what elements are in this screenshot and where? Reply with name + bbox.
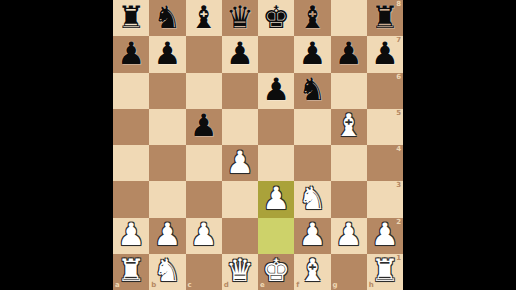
square-g1[interactable]: g xyxy=(331,254,367,290)
file-label-c: c xyxy=(188,282,192,289)
square-e3[interactable]: ♟ xyxy=(258,181,294,217)
white-pawn[interactable]: ♟ xyxy=(371,219,399,250)
black-pawn[interactable]: ♟ xyxy=(262,74,290,105)
black-bishop[interactable]: ♝ xyxy=(190,2,218,33)
file-label-g: g xyxy=(333,282,338,289)
file-label-h: h xyxy=(369,282,374,289)
black-knight[interactable]: ♞ xyxy=(153,2,181,33)
square-a7[interactable]: ♟ xyxy=(113,36,149,72)
square-c7[interactable] xyxy=(186,36,222,72)
square-a3[interactable] xyxy=(113,181,149,217)
square-b2[interactable]: ♟ xyxy=(149,218,185,254)
file-label-a: a xyxy=(115,282,120,289)
letterbox-right xyxy=(403,0,516,290)
square-c8[interactable]: ♝ xyxy=(186,0,222,36)
white-king[interactable]: ♚ xyxy=(262,255,290,286)
white-pawn[interactable]: ♟ xyxy=(262,183,290,214)
square-e8[interactable]: ♚ xyxy=(258,0,294,36)
square-f3[interactable]: ♞ xyxy=(294,181,330,217)
file-label-e: e xyxy=(260,282,265,289)
square-g7[interactable]: ♟ xyxy=(331,36,367,72)
black-pawn[interactable]: ♟ xyxy=(190,110,218,141)
square-h7[interactable]: ♟7 xyxy=(367,36,403,72)
square-c1[interactable]: c xyxy=(186,254,222,290)
square-a5[interactable] xyxy=(113,109,149,145)
rank-label-2: 2 xyxy=(396,219,401,226)
app-window: ♜♞♝♛♚♝♜8♟♟♟♟♟♟7♟♞6♟♝5♟4♟♞3♟♟♟♟♟♟2♜a♞bc♛d… xyxy=(0,0,516,290)
square-e4[interactable] xyxy=(258,145,294,181)
square-c4[interactable] xyxy=(186,145,222,181)
white-pawn[interactable]: ♟ xyxy=(298,219,326,250)
square-d2[interactable] xyxy=(222,218,258,254)
square-d4[interactable]: ♟ xyxy=(222,145,258,181)
file-label-b: b xyxy=(151,282,156,289)
square-c5[interactable]: ♟ xyxy=(186,109,222,145)
rank-label-8: 8 xyxy=(396,1,401,8)
black-pawn[interactable]: ♟ xyxy=(371,38,399,69)
white-pawn[interactable]: ♟ xyxy=(226,147,254,178)
square-f1[interactable]: ♝f xyxy=(294,254,330,290)
square-b4[interactable] xyxy=(149,145,185,181)
file-label-d: d xyxy=(224,282,229,289)
square-e5[interactable] xyxy=(258,109,294,145)
square-h1[interactable]: ♜1h xyxy=(367,254,403,290)
square-d5[interactable] xyxy=(222,109,258,145)
rank-label-6: 6 xyxy=(396,74,401,81)
file-label-f: f xyxy=(296,282,299,289)
square-f5[interactable] xyxy=(294,109,330,145)
square-a1[interactable]: ♜a xyxy=(113,254,149,290)
square-d6[interactable] xyxy=(222,73,258,109)
white-rook[interactable]: ♜ xyxy=(371,255,399,286)
square-g2[interactable]: ♟ xyxy=(331,218,367,254)
rank-label-3: 3 xyxy=(396,182,401,189)
black-pawn[interactable]: ♟ xyxy=(226,38,254,69)
square-f4[interactable] xyxy=(294,145,330,181)
square-a2[interactable]: ♟ xyxy=(113,218,149,254)
square-f7[interactable]: ♟ xyxy=(294,36,330,72)
square-g8[interactable] xyxy=(331,0,367,36)
square-b6[interactable] xyxy=(149,73,185,109)
white-pawn[interactable]: ♟ xyxy=(117,219,145,250)
square-b7[interactable]: ♟ xyxy=(149,36,185,72)
black-pawn[interactable]: ♟ xyxy=(335,38,363,69)
white-knight[interactable]: ♞ xyxy=(298,183,326,214)
square-e7[interactable] xyxy=(258,36,294,72)
square-f2[interactable]: ♟ xyxy=(294,218,330,254)
square-e6[interactable]: ♟ xyxy=(258,73,294,109)
square-d3[interactable] xyxy=(222,181,258,217)
square-h2[interactable]: ♟2 xyxy=(367,218,403,254)
rank-label-1: 1 xyxy=(396,255,401,262)
black-bishop[interactable]: ♝ xyxy=(298,2,326,33)
square-g3[interactable] xyxy=(331,181,367,217)
black-rook[interactable]: ♜ xyxy=(371,2,399,33)
square-h5[interactable]: 5 xyxy=(367,109,403,145)
square-g5[interactable]: ♝ xyxy=(331,109,367,145)
black-king[interactable]: ♚ xyxy=(262,2,290,33)
square-e2[interactable] xyxy=(258,218,294,254)
rank-label-7: 7 xyxy=(396,37,401,44)
square-g4[interactable] xyxy=(331,145,367,181)
white-pawn[interactable]: ♟ xyxy=(335,219,363,250)
square-a8[interactable]: ♜ xyxy=(113,0,149,36)
rank-label-5: 5 xyxy=(396,110,401,117)
square-g6[interactable] xyxy=(331,73,367,109)
black-rook[interactable]: ♜ xyxy=(117,2,145,33)
white-knight[interactable]: ♞ xyxy=(153,255,181,286)
white-bishop[interactable]: ♝ xyxy=(298,255,326,286)
square-h4[interactable]: 4 xyxy=(367,145,403,181)
square-b1[interactable]: ♞b xyxy=(149,254,185,290)
square-a6[interactable] xyxy=(113,73,149,109)
square-a4[interactable] xyxy=(113,145,149,181)
square-h3[interactable]: 3 xyxy=(367,181,403,217)
square-b8[interactable]: ♞ xyxy=(149,0,185,36)
square-h6[interactable]: 6 xyxy=(367,73,403,109)
square-d1[interactable]: ♛d xyxy=(222,254,258,290)
letterbox-left xyxy=(0,0,113,290)
white-pawn[interactable]: ♟ xyxy=(190,219,218,250)
square-d8[interactable]: ♛ xyxy=(222,0,258,36)
black-pawn[interactable]: ♟ xyxy=(298,38,326,69)
white-rook[interactable]: ♜ xyxy=(117,255,145,286)
black-pawn[interactable]: ♟ xyxy=(153,38,181,69)
square-c2[interactable]: ♟ xyxy=(186,218,222,254)
white-queen[interactable]: ♛ xyxy=(226,255,254,286)
black-knight[interactable]: ♞ xyxy=(298,74,326,105)
square-e1[interactable]: ♚e xyxy=(258,254,294,290)
black-pawn[interactable]: ♟ xyxy=(117,38,145,69)
black-queen[interactable]: ♛ xyxy=(226,2,254,33)
square-d7[interactable]: ♟ xyxy=(222,36,258,72)
square-f8[interactable]: ♝ xyxy=(294,0,330,36)
square-b3[interactable] xyxy=(149,181,185,217)
white-bishop[interactable]: ♝ xyxy=(335,110,363,141)
square-b5[interactable] xyxy=(149,109,185,145)
white-pawn[interactable]: ♟ xyxy=(153,219,181,250)
chess-board: ♜♞♝♛♚♝♜8♟♟♟♟♟♟7♟♞6♟♝5♟4♟♞3♟♟♟♟♟♟2♜a♞bc♛d… xyxy=(113,0,403,290)
square-c6[interactable] xyxy=(186,73,222,109)
rank-label-4: 4 xyxy=(396,146,401,153)
square-f6[interactable]: ♞ xyxy=(294,73,330,109)
square-c3[interactable] xyxy=(186,181,222,217)
square-h8[interactable]: ♜8 xyxy=(367,0,403,36)
